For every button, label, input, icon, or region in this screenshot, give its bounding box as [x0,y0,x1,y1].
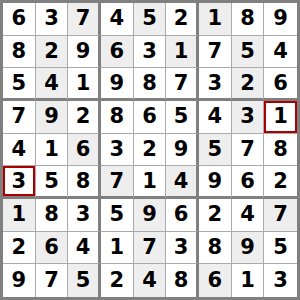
cell-r9c2[interactable]: 7 [36,264,69,297]
cell-r7c1[interactable]: 1 [3,199,36,232]
cell-r2c9[interactable]: 4 [264,36,297,69]
cell-r5c5[interactable]: 2 [134,134,167,167]
cell-r2c2[interactable]: 2 [36,36,69,69]
cell-r6c9[interactable]: 2 [264,166,297,199]
cell-r8c3[interactable]: 4 [68,232,101,265]
cell-r8c4[interactable]: 1 [101,232,134,265]
cell-r1c9[interactable]: 9 [264,3,297,36]
cell-r6c8[interactable]: 6 [232,166,265,199]
cell-r2c3[interactable]: 9 [68,36,101,69]
cell-r6c4[interactable]: 7 [101,166,134,199]
cell-r8c2[interactable]: 6 [36,232,69,265]
cell-r4c2[interactable]: 9 [36,101,69,134]
cell-r8c8[interactable]: 9 [232,232,265,265]
cell-r9c1[interactable]: 9 [3,264,36,297]
cell-r5c7[interactable]: 5 [199,134,232,167]
cell-r4c5[interactable]: 6 [134,101,167,134]
cell-r2c6[interactable]: 1 [166,36,199,69]
cell-r7c3[interactable]: 3 [68,199,101,232]
cell-r1c8[interactable]: 8 [232,3,265,36]
cell-r4c4[interactable]: 8 [101,101,134,134]
cell-r7c4[interactable]: 5 [101,199,134,232]
cell-r6c7[interactable]: 9 [199,166,232,199]
cell-r6c5[interactable]: 1 [134,166,167,199]
cell-r2c4[interactable]: 6 [101,36,134,69]
cell-r3c5[interactable]: 8 [134,68,167,101]
cell-r7c7[interactable]: 2 [199,199,232,232]
cell-r7c6[interactable]: 6 [166,199,199,232]
cell-r1c6[interactable]: 2 [166,3,199,36]
cell-r5c6[interactable]: 9 [166,134,199,167]
cell-r9c8[interactable]: 1 [232,264,265,297]
cell-r4c1[interactable]: 7 [3,101,36,134]
cell-r1c1[interactable]: 6 [3,3,36,36]
cell-r8c1[interactable]: 2 [3,232,36,265]
cell-r5c4[interactable]: 3 [101,134,134,167]
cell-r3c2[interactable]: 4 [36,68,69,101]
cell-r8c7[interactable]: 8 [199,232,232,265]
cell-r9c6[interactable]: 8 [166,264,199,297]
cell-r6c3[interactable]: 8 [68,166,101,199]
cell-r6c6[interactable]: 4 [166,166,199,199]
cell-r5c8[interactable]: 7 [232,134,265,167]
cell-r1c3[interactable]: 7 [68,3,101,36]
cell-r8c6[interactable]: 3 [166,232,199,265]
cell-r5c3[interactable]: 6 [68,134,101,167]
cell-r6c1[interactable]: 3 [3,166,36,199]
cell-r3c3[interactable]: 1 [68,68,101,101]
cell-r5c2[interactable]: 1 [36,134,69,167]
cell-r9c5[interactable]: 4 [134,264,167,297]
cell-r1c5[interactable]: 5 [134,3,167,36]
cell-r7c5[interactable]: 9 [134,199,167,232]
cell-r4c6[interactable]: 5 [166,101,199,134]
cell-r8c9[interactable]: 5 [264,232,297,265]
cell-r7c9[interactable]: 7 [264,199,297,232]
cell-r4c3[interactable]: 2 [68,101,101,134]
cell-r1c7[interactable]: 1 [199,3,232,36]
cell-r9c9[interactable]: 3 [264,264,297,297]
cell-r9c7[interactable]: 6 [199,264,232,297]
cell-r7c8[interactable]: 4 [232,199,265,232]
cell-r7c2[interactable]: 8 [36,199,69,232]
cell-r6c2[interactable]: 5 [36,166,69,199]
cell-r2c7[interactable]: 7 [199,36,232,69]
cell-r3c9[interactable]: 6 [264,68,297,101]
cell-r4c9[interactable]: 1 [264,101,297,134]
cell-r5c9[interactable]: 8 [264,134,297,167]
cell-r5c1[interactable]: 4 [3,134,36,167]
cell-r8c5[interactable]: 7 [134,232,167,265]
cell-r3c8[interactable]: 2 [232,68,265,101]
cell-r4c8[interactable]: 3 [232,101,265,134]
cell-r3c1[interactable]: 5 [3,68,36,101]
cell-r1c2[interactable]: 3 [36,3,69,36]
cell-r2c8[interactable]: 5 [232,36,265,69]
cell-r3c7[interactable]: 3 [199,68,232,101]
cell-r1c4[interactable]: 4 [101,3,134,36]
sudoku-board: 6374521898296317545419873267928654314163… [0,0,300,300]
cell-r9c4[interactable]: 2 [101,264,134,297]
cell-r9c3[interactable]: 5 [68,264,101,297]
cell-r2c1[interactable]: 8 [3,36,36,69]
cell-r3c6[interactable]: 7 [166,68,199,101]
cell-r3c4[interactable]: 9 [101,68,134,101]
cell-r4c7[interactable]: 4 [199,101,232,134]
cell-r2c5[interactable]: 3 [134,36,167,69]
